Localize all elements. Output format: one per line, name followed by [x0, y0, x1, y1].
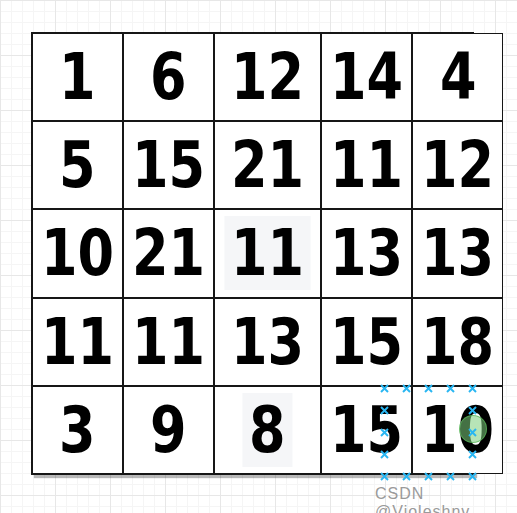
grid-cell-r1c4[interactable]: 14	[321, 33, 412, 121]
cell-value: 13	[421, 221, 494, 285]
cell-value: 10	[421, 398, 494, 462]
grid-cell-r4c4[interactable]: 15	[321, 298, 412, 386]
grid-cell-r4c1[interactable]: 11	[32, 298, 123, 386]
grid-cell-r1c2[interactable]: 6	[123, 33, 214, 121]
grid-cell-r5c1[interactable]: 3	[32, 386, 123, 474]
grid-cell-r2c4[interactable]: 11	[321, 121, 412, 209]
grid-cell-r3c5[interactable]: 13	[412, 209, 503, 297]
cell-value: 15	[330, 310, 403, 374]
grid-cell-r5c3[interactable]: 8	[214, 386, 321, 474]
cell-value: 11	[330, 133, 403, 197]
number-grid-board: 1612144515211112102111131311111315183981…	[31, 32, 474, 475]
cell-value: 11	[225, 216, 311, 290]
cell-value: 10	[41, 221, 114, 285]
cell-value: 21	[231, 133, 304, 197]
grid-cell-r2c5[interactable]: 12	[412, 121, 503, 209]
drawing-canvas[interactable]: 1612144515211112102111131311111315183981…	[0, 0, 517, 513]
cell-value: 1	[59, 45, 96, 109]
grid-cell-r4c5[interactable]: 18	[412, 298, 503, 386]
grid-cell-r3c1[interactable]: 10	[32, 209, 123, 297]
grid-cell-r1c5[interactable]: 4	[412, 33, 503, 121]
grid-cell-r3c3[interactable]: 11	[214, 209, 321, 297]
cell-value: 4	[440, 45, 477, 109]
grid-cell-r1c3[interactable]: 12	[214, 33, 321, 121]
grid-cell-r3c4[interactable]: 13	[321, 209, 412, 297]
cell-value: 3	[59, 398, 96, 462]
grid-cell-r3c2[interactable]: 21	[123, 209, 214, 297]
watermark: CSDN @Violeshnv	[375, 485, 517, 513]
cell-value: 13	[231, 310, 304, 374]
grid-cell-r5c4[interactable]: 15	[321, 386, 412, 474]
cell-value: 6	[150, 45, 187, 109]
cell-value: 18	[421, 310, 494, 374]
cell-value: 14	[330, 45, 403, 109]
cell-value: 11	[132, 310, 205, 374]
grid-cell-r4c2[interactable]: 11	[123, 298, 214, 386]
cell-value: 15	[132, 133, 205, 197]
cell-value: 12	[231, 45, 304, 109]
grid-cell-r5c5[interactable]: 10	[412, 386, 503, 474]
cell-value: 11	[41, 310, 114, 374]
grid-cell-r2c3[interactable]: 21	[214, 121, 321, 209]
cell-value: 12	[421, 133, 494, 197]
grid-cell-r2c2[interactable]: 15	[123, 121, 214, 209]
cell-value: 21	[132, 221, 205, 285]
cell-value: 13	[330, 221, 403, 285]
cell-value: 9	[150, 398, 187, 462]
grid-cell-r1c1[interactable]: 1	[32, 33, 123, 121]
grid-cell-r4c3[interactable]: 13	[214, 298, 321, 386]
grid-cell-r2c1[interactable]: 5	[32, 121, 123, 209]
cell-value: 15	[330, 398, 403, 462]
grid-cell-r5c2[interactable]: 9	[123, 386, 214, 474]
cell-value: 8	[243, 393, 293, 467]
cell-value: 5	[59, 133, 96, 197]
